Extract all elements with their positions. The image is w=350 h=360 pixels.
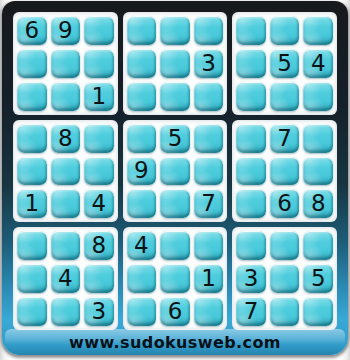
cell-r9c3: 3: [84, 297, 114, 326]
cell-r8c5: [160, 264, 190, 293]
cell-r3c7: [236, 82, 266, 111]
sudoku-grid: 691354814597768843416357: [13, 12, 337, 330]
cell-r1c8: [270, 16, 300, 45]
cell-r8c8: [270, 264, 300, 293]
cell-r7c6: [194, 231, 224, 260]
cell-r5c7: [236, 157, 266, 186]
cell-r6c1: 1: [17, 189, 47, 218]
cell-r6c2: [51, 189, 81, 218]
sudoku-box-3: 54: [232, 12, 337, 115]
cell-r1c4: [127, 16, 157, 45]
cell-r3c5: [160, 82, 190, 111]
cell-r7c3: 8: [84, 231, 114, 260]
sudoku-box-1: 691: [13, 12, 118, 115]
cell-r5c9: [303, 157, 333, 186]
cell-r4c7: [236, 124, 266, 153]
cell-r9c8: [270, 297, 300, 326]
cell-r3c1: [17, 82, 47, 111]
cell-r9c6: [194, 297, 224, 326]
cell-r2c9: 4: [303, 49, 333, 78]
cell-r8c9: 5: [303, 264, 333, 293]
cell-r9c5: 6: [160, 297, 190, 326]
cell-r1c9: [303, 16, 333, 45]
cell-r2c3: [84, 49, 114, 78]
cell-r1c3: [84, 16, 114, 45]
cell-r2c2: [51, 49, 81, 78]
cell-r9c1: [17, 297, 47, 326]
cell-r3c9: [303, 82, 333, 111]
cell-r2c8: 5: [270, 49, 300, 78]
cell-r6c6: 7: [194, 189, 224, 218]
cell-r7c9: [303, 231, 333, 260]
cell-r8c2: 4: [51, 264, 81, 293]
cell-r8c4: [127, 264, 157, 293]
cell-r4c1: [17, 124, 47, 153]
sudoku-box-8: 416: [123, 227, 228, 330]
cell-r2c4: [127, 49, 157, 78]
cell-r7c4: 4: [127, 231, 157, 260]
cell-r5c6: [194, 157, 224, 186]
cell-r4c2: 8: [51, 124, 81, 153]
cell-r1c1: 6: [17, 16, 47, 45]
cell-r6c9: 8: [303, 189, 333, 218]
cell-r3c6: [194, 82, 224, 111]
cell-r5c8: [270, 157, 300, 186]
cell-r3c8: [270, 82, 300, 111]
cell-r6c7: [236, 189, 266, 218]
cell-r3c3: 1: [84, 82, 114, 111]
sudoku-box-6: 768: [232, 120, 337, 223]
cell-r8c1: [17, 264, 47, 293]
cell-r5c1: [17, 157, 47, 186]
sudoku-box-4: 814: [13, 120, 118, 223]
sudoku-box-5: 597: [123, 120, 228, 223]
cell-r4c5: 5: [160, 124, 190, 153]
footer-bar: www.sudokusweb.com: [5, 329, 345, 355]
cell-r5c5: [160, 157, 190, 186]
cell-r1c5: [160, 16, 190, 45]
cell-r3c4: [127, 82, 157, 111]
cell-r1c2: 9: [51, 16, 81, 45]
cell-r5c2: [51, 157, 81, 186]
cell-r6c5: [160, 189, 190, 218]
cell-r6c3: 4: [84, 189, 114, 218]
cell-r1c7: [236, 16, 266, 45]
cell-r7c8: [270, 231, 300, 260]
page: 691354814597768843416357 www.sudokusweb.…: [0, 0, 350, 360]
cell-r8c6: 1: [194, 264, 224, 293]
cell-r7c7: [236, 231, 266, 260]
cell-r8c3: [84, 264, 114, 293]
sudoku-box-2: 3: [123, 12, 228, 115]
cell-r5c4: 9: [127, 157, 157, 186]
cell-r4c3: [84, 124, 114, 153]
cell-r6c8: 6: [270, 189, 300, 218]
sudoku-board: 691354814597768843416357 www.sudokusweb.…: [2, 1, 348, 355]
cell-r9c9: [303, 297, 333, 326]
cell-r9c2: [51, 297, 81, 326]
cell-r9c4: [127, 297, 157, 326]
cell-r2c7: [236, 49, 266, 78]
cell-r4c9: [303, 124, 333, 153]
cell-r7c2: [51, 231, 81, 260]
cell-r7c5: [160, 231, 190, 260]
cell-r7c1: [17, 231, 47, 260]
cell-r2c5: [160, 49, 190, 78]
cell-r2c1: [17, 49, 47, 78]
cell-r4c8: 7: [270, 124, 300, 153]
cell-r8c7: 3: [236, 264, 266, 293]
cell-r5c3: [84, 157, 114, 186]
cell-r6c4: [127, 189, 157, 218]
cell-r4c6: [194, 124, 224, 153]
sudoku-box-9: 357: [232, 227, 337, 330]
cell-r4c4: [127, 124, 157, 153]
cell-r1c6: [194, 16, 224, 45]
site-link[interactable]: www.sudokusweb.com: [69, 333, 281, 352]
cell-r9c7: 7: [236, 297, 266, 326]
cell-r2c6: 3: [194, 49, 224, 78]
sudoku-box-7: 843: [13, 227, 118, 330]
cell-r3c2: [51, 82, 81, 111]
